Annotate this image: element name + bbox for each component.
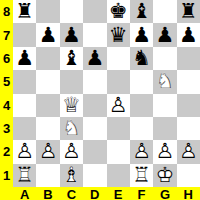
square-b5[interactable] <box>36 70 59 93</box>
square-d2[interactable] <box>83 140 106 163</box>
black-pawn-icon[interactable]: ♟ <box>153 23 176 46</box>
square-g3[interactable] <box>153 117 176 140</box>
rank-label-6: 6 <box>0 47 13 70</box>
square-e1[interactable] <box>107 164 130 187</box>
rank-label-5: 5 <box>0 70 13 93</box>
square-d5[interactable] <box>83 70 106 93</box>
rank-label-3: 3 <box>0 117 13 140</box>
black-queen-icon[interactable]: ♛ <box>107 23 130 46</box>
square-c8[interactable] <box>60 0 83 23</box>
black-king-icon[interactable]: ♚ <box>107 0 130 23</box>
square-f2[interactable]: ♟♙ <box>130 140 153 163</box>
square-e4[interactable]: ♟♙ <box>107 94 130 117</box>
black-rook-icon[interactable]: ♜ <box>177 0 200 23</box>
file-label-b: B <box>36 187 59 200</box>
black-bishop-icon[interactable]: ♝ <box>130 0 153 23</box>
square-e8[interactable]: ♚ <box>107 0 130 23</box>
square-g8[interactable] <box>153 0 176 23</box>
square-h6[interactable] <box>177 47 200 70</box>
square-d8[interactable] <box>83 0 106 23</box>
file-label-g: G <box>153 187 176 200</box>
square-g4[interactable] <box>153 94 176 117</box>
file-label-c: C <box>60 187 83 200</box>
square-f3[interactable] <box>130 117 153 140</box>
square-a8[interactable]: ♜ <box>13 0 36 23</box>
square-b4[interactable] <box>36 94 59 117</box>
black-pawn-icon[interactable]: ♟ <box>36 23 59 46</box>
square-g1[interactable]: ♚♔ <box>153 164 176 187</box>
square-f5[interactable] <box>130 70 153 93</box>
file-label-a: A <box>13 187 36 200</box>
square-d3[interactable] <box>83 117 106 140</box>
file-label-e: E <box>107 187 130 200</box>
square-h7[interactable]: ♟ <box>177 23 200 46</box>
white-rook-icon[interactable]: ♜♖ <box>13 164 36 187</box>
rank-label-2: 2 <box>0 140 13 163</box>
file-label-f: F <box>130 187 153 200</box>
square-g7[interactable]: ♟ <box>153 23 176 46</box>
white-queen-icon[interactable]: ♛♕ <box>60 94 83 117</box>
square-b6[interactable] <box>36 47 59 70</box>
white-king-icon[interactable]: ♚♔ <box>153 164 176 187</box>
white-pawn-icon[interactable]: ♟♙ <box>153 140 176 163</box>
square-d6[interactable]: ♟ <box>83 47 106 70</box>
square-a2[interactable]: ♟♙ <box>13 140 36 163</box>
square-f7[interactable]: ♟ <box>130 23 153 46</box>
square-g5[interactable]: ♞♘ <box>153 70 176 93</box>
square-a5[interactable] <box>13 70 36 93</box>
rank-label-1: 1 <box>0 164 13 187</box>
black-pawn-icon[interactable]: ♟ <box>60 23 83 46</box>
square-c3[interactable]: ♞♘ <box>60 117 83 140</box>
square-d1[interactable] <box>83 164 106 187</box>
file-label-h: H <box>177 187 200 200</box>
square-e2[interactable] <box>107 140 130 163</box>
black-pawn-icon[interactable]: ♟ <box>177 23 200 46</box>
square-a6[interactable]: ♟ <box>13 47 36 70</box>
white-bishop-icon[interactable]: ♝♗ <box>60 164 83 187</box>
black-knight-icon[interactable]: ♞ <box>130 47 153 70</box>
file-labels: ABCDEFGH <box>13 187 200 200</box>
square-h8[interactable]: ♜ <box>177 0 200 23</box>
rank-label-7: 7 <box>0 23 13 46</box>
square-h5[interactable] <box>177 70 200 93</box>
white-knight-icon[interactable]: ♞♘ <box>153 70 176 93</box>
black-rook-icon[interactable]: ♜ <box>13 0 36 23</box>
white-pawn-icon[interactable]: ♟♙ <box>36 140 59 163</box>
square-e5[interactable] <box>107 70 130 93</box>
file-label-d: D <box>83 187 106 200</box>
square-b8[interactable] <box>36 0 59 23</box>
white-knight-icon[interactable]: ♞♘ <box>60 117 83 140</box>
rank-label-4: 4 <box>0 94 13 117</box>
square-a1[interactable]: ♜♖ <box>13 164 36 187</box>
square-a7[interactable] <box>13 23 36 46</box>
square-c7[interactable]: ♟ <box>60 23 83 46</box>
rank-labels: 87654321 <box>0 0 13 187</box>
white-rook-icon[interactable]: ♜♖ <box>130 164 153 187</box>
square-b3[interactable] <box>36 117 59 140</box>
board-grid[interactable]: ♜♚♝♜♟♟♛♟♟♟♟♝♟♞♞♘♛♕♟♙♞♘♟♙♟♙♟♙♟♙♟♙♟♙♜♖♝♗♜♖… <box>13 0 200 187</box>
square-h3[interactable] <box>177 117 200 140</box>
square-c4[interactable]: ♛♕ <box>60 94 83 117</box>
square-c1[interactable]: ♝♗ <box>60 164 83 187</box>
square-b7[interactable]: ♟ <box>36 23 59 46</box>
white-pawn-icon[interactable]: ♟♙ <box>60 140 83 163</box>
white-pawn-icon[interactable]: ♟♙ <box>130 140 153 163</box>
white-pawn-icon[interactable]: ♟♙ <box>107 94 130 117</box>
corner-spacer <box>0 187 13 200</box>
square-f1[interactable]: ♜♖ <box>130 164 153 187</box>
white-pawn-icon[interactable]: ♟♙ <box>177 140 200 163</box>
square-b1[interactable] <box>36 164 59 187</box>
square-e3[interactable] <box>107 117 130 140</box>
square-e7[interactable]: ♛ <box>107 23 130 46</box>
square-h4[interactable] <box>177 94 200 117</box>
square-c6[interactable]: ♝ <box>60 47 83 70</box>
square-d4[interactable] <box>83 94 106 117</box>
black-pawn-icon[interactable]: ♟ <box>83 47 106 70</box>
chess-board-app: 87654321 ♜♚♝♜♟♟♛♟♟♟♟♝♟♞♞♘♛♕♟♙♞♘♟♙♟♙♟♙♟♙♟… <box>0 0 200 200</box>
rank-label-8: 8 <box>0 0 13 23</box>
black-pawn-icon[interactable]: ♟ <box>130 23 153 46</box>
square-g6[interactable] <box>153 47 176 70</box>
square-f4[interactable] <box>130 94 153 117</box>
square-g2[interactable]: ♟♙ <box>153 140 176 163</box>
square-a4[interactable] <box>13 94 36 117</box>
black-pawn-icon[interactable]: ♟ <box>13 47 36 70</box>
square-c2[interactable]: ♟♙ <box>60 140 83 163</box>
square-h2[interactable]: ♟♙ <box>177 140 200 163</box>
black-bishop-icon[interactable]: ♝ <box>60 47 83 70</box>
square-h1[interactable] <box>177 164 200 187</box>
square-e6[interactable] <box>107 47 130 70</box>
square-c5[interactable] <box>60 70 83 93</box>
square-a3[interactable] <box>13 117 36 140</box>
square-f8[interactable]: ♝ <box>130 0 153 23</box>
square-b2[interactable]: ♟♙ <box>36 140 59 163</box>
square-d7[interactable] <box>83 23 106 46</box>
square-f6[interactable]: ♞ <box>130 47 153 70</box>
white-pawn-icon[interactable]: ♟♙ <box>13 140 36 163</box>
